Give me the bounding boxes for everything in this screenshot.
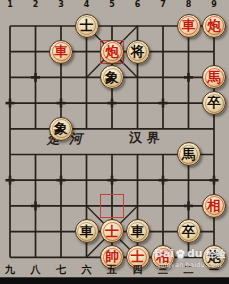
file-label-bottom-4: 六 bbox=[82, 263, 92, 277]
baidu-paw-icon bbox=[175, 249, 186, 260]
file-label-top-7: 7 bbox=[160, 0, 166, 9]
file-label-top-1: 1 bbox=[7, 0, 13, 9]
xiangqi-board: 士車炮車炮将象馬卒象馬相車士車卒帥士相炮 bbox=[0, 13, 227, 270]
black-piece-将-f6r1[interactable]: 将 bbox=[126, 40, 150, 64]
baidu-logo-text-suffix: du bbox=[187, 248, 203, 260]
file-label-bottom-1: 九 bbox=[5, 263, 15, 277]
black-piece-卒-f8r8[interactable]: 卒 bbox=[177, 219, 201, 243]
black-piece-象-f5r2[interactable]: 象 bbox=[100, 65, 124, 89]
file-label-top-8: 8 bbox=[186, 0, 192, 9]
red-piece-車-f3r1[interactable]: 車 bbox=[49, 40, 73, 64]
black-piece-士-f4r0[interactable]: 士 bbox=[75, 14, 99, 38]
baidu-logo-text-prefix: Bai bbox=[154, 248, 174, 260]
red-piece-炮-f9r0[interactable]: 炮 bbox=[202, 14, 226, 38]
file-label-top-3: 3 bbox=[58, 0, 64, 9]
baidu-jingyan-cn: 经验 bbox=[206, 248, 226, 260]
file-label-top-6: 6 bbox=[135, 0, 141, 9]
black-piece-卒-f9r3[interactable]: 卒 bbox=[202, 91, 226, 115]
baidu-jingyan-watermark: Bai du 经验 jingyan.baidu.com bbox=[153, 248, 227, 269]
xiangqi-board-screenshot: 士車炮車炮将象馬卒象馬相車士車卒帥士相炮 123456789 九八七六五四三二一… bbox=[0, 0, 229, 284]
watermark-url: jingyan.baidu.com bbox=[153, 261, 227, 269]
file-label-top-2: 2 bbox=[33, 0, 39, 9]
black-piece-馬-f8r5[interactable]: 馬 bbox=[177, 142, 201, 166]
file-label-bottom-2: 八 bbox=[31, 263, 41, 277]
baidu-logo: Bai du 经验 bbox=[153, 248, 227, 260]
red-piece-炮-f5r1[interactable]: 炮 bbox=[100, 40, 124, 64]
file-label-top-5: 5 bbox=[109, 0, 115, 9]
black-piece-象-f3r4[interactable]: 象 bbox=[49, 117, 73, 141]
file-label-bottom-3: 七 bbox=[56, 263, 66, 277]
red-piece-相-f9r7[interactable]: 相 bbox=[202, 194, 226, 218]
red-piece-馬-f9r2[interactable]: 馬 bbox=[202, 65, 226, 89]
red-piece-士-f5r8[interactable]: 士 bbox=[100, 219, 124, 243]
last-move-from-highlight bbox=[100, 194, 124, 218]
bottom-black-bar bbox=[0, 277, 229, 284]
red-piece-車-f8r0[interactable]: 車 bbox=[177, 14, 201, 38]
file-label-bottom-5: 五 bbox=[107, 263, 117, 277]
file-label-top-9: 9 bbox=[211, 0, 217, 9]
file-label-bottom-6: 四 bbox=[133, 263, 143, 277]
black-piece-車-f4r8[interactable]: 車 bbox=[75, 219, 99, 243]
black-piece-車-f6r8[interactable]: 車 bbox=[126, 219, 150, 243]
file-label-top-4: 4 bbox=[84, 0, 90, 9]
